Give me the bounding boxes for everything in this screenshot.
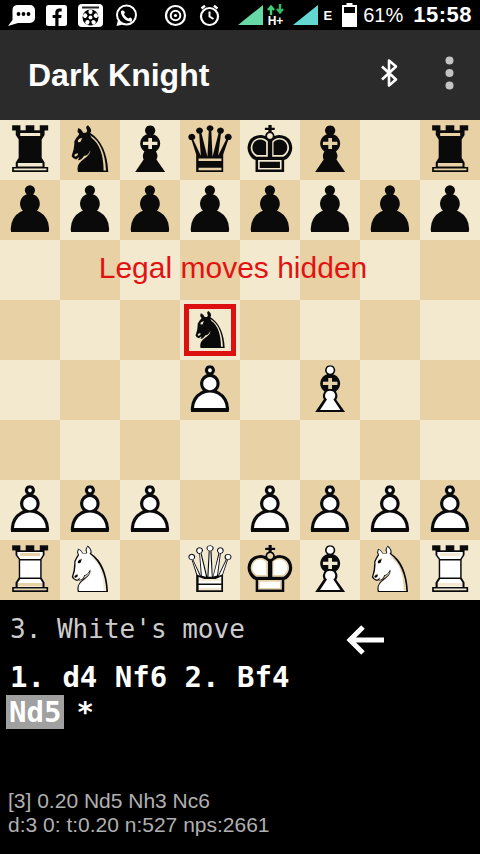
square-d3[interactable]: [180, 420, 240, 480]
square-c2[interactable]: ♟♙: [120, 480, 180, 540]
square-f5[interactable]: [300, 300, 360, 360]
signal-triangle-icon: [293, 5, 318, 25]
white-bishop-piece-fill: ♝: [300, 540, 360, 600]
black-pawn-piece: ♟: [420, 180, 480, 240]
white-pawn-piece: ♙: [0, 480, 60, 540]
square-g7[interactable]: ♟: [360, 180, 420, 240]
square-b3[interactable]: [60, 420, 120, 480]
white-pawn-piece-fill: ♟: [300, 480, 360, 540]
overflow-menu-icon[interactable]: [445, 56, 454, 94]
square-f8[interactable]: ♝: [300, 120, 360, 180]
white-pawn-piece: ♙: [60, 480, 120, 540]
square-g1[interactable]: ♞♘: [360, 540, 420, 600]
square-a5[interactable]: [0, 300, 60, 360]
square-e5[interactable]: [240, 300, 300, 360]
black-pawn-piece: ♟: [240, 180, 300, 240]
white-knight-piece-fill: ♞: [360, 540, 420, 600]
white-queen-piece: ♕: [180, 540, 240, 600]
black-knight-piece: ♞: [60, 120, 120, 180]
network-type-label-2: E: [324, 8, 333, 23]
white-pawn-piece: ♙: [180, 360, 240, 420]
square-f1[interactable]: ♝♗: [300, 540, 360, 600]
square-a1[interactable]: ♜♖: [0, 540, 60, 600]
square-h1[interactable]: ♜♖: [420, 540, 480, 600]
bluetooth-icon[interactable]: [379, 57, 399, 93]
black-pawn-piece: ♟: [120, 180, 180, 240]
battery-icon: [342, 3, 357, 27]
square-h3[interactable]: [420, 420, 480, 480]
white-rook-piece: ♖: [420, 540, 480, 600]
square-c8[interactable]: ♝: [120, 120, 180, 180]
clock-time: 15:58: [413, 2, 472, 28]
black-pawn-piece: ♟: [60, 180, 120, 240]
square-d8[interactable]: ♛: [180, 120, 240, 180]
facebook-icon: [46, 5, 67, 26]
black-bishop-piece: ♝: [300, 120, 360, 180]
white-rook-piece: ♖: [0, 540, 60, 600]
move-list-line1: 1. d4 Nf6 2. Bf4: [10, 660, 289, 694]
app-title: Dark Knight: [28, 57, 209, 94]
white-pawn-piece-fill: ♟: [360, 480, 420, 540]
white-pawn-piece: ♙: [300, 480, 360, 540]
square-e3[interactable]: [240, 420, 300, 480]
white-knight-piece-fill: ♞: [60, 540, 120, 600]
white-pawn-piece: ♙: [240, 480, 300, 540]
black-king-piece: ♚: [240, 120, 300, 180]
square-g8[interactable]: [360, 120, 420, 180]
black-rook-piece: ♜: [0, 120, 60, 180]
square-a3[interactable]: [0, 420, 60, 480]
square-h2[interactable]: ♟♙: [420, 480, 480, 540]
turn-status-text: 3. White's move: [10, 614, 245, 644]
square-b8[interactable]: ♞: [60, 120, 120, 180]
square-b7[interactable]: ♟: [60, 180, 120, 240]
square-d4[interactable]: ♟♙: [180, 360, 240, 420]
square-h8[interactable]: ♜: [420, 120, 480, 180]
square-f2[interactable]: ♟♙: [300, 480, 360, 540]
white-king-piece-fill: ♚: [240, 540, 300, 600]
data-beacon-icon: [164, 4, 187, 27]
square-e7[interactable]: ♟: [240, 180, 300, 240]
white-queen-piece-fill: ♛: [180, 540, 240, 600]
title-bar: Dark Knight: [0, 30, 480, 120]
selected-square-highlight: [184, 304, 236, 356]
black-pawn-piece: ♟: [360, 180, 420, 240]
square-b5[interactable]: [60, 300, 120, 360]
white-bishop-piece: ♗: [300, 360, 360, 420]
white-pawn-piece: ♙: [420, 480, 480, 540]
square-a2[interactable]: ♟♙: [0, 480, 60, 540]
network-type-label: H+: [268, 15, 284, 27]
square-c5[interactable]: [120, 300, 180, 360]
square-g5[interactable]: [360, 300, 420, 360]
white-pawn-piece: ♙: [120, 480, 180, 540]
square-h7[interactable]: ♟: [420, 180, 480, 240]
battery-percent: 61%: [363, 4, 403, 27]
current-move-chip[interactable]: Nd5: [6, 695, 64, 729]
white-pawn-piece-fill: ♟: [120, 480, 180, 540]
legal-moves-hidden-banner: Legal moves hidden: [0, 251, 466, 285]
white-pawn-piece: ♙: [360, 480, 420, 540]
whatsapp-icon: [114, 3, 139, 28]
chess-board[interactable]: Legal moves hidden ♜♞♝♛♚♝♜♟♟♟♟♟♟♟♟♞♟♙♝♗♟…: [0, 120, 480, 600]
black-pawn-piece: ♟: [0, 180, 60, 240]
square-c3[interactable]: [120, 420, 180, 480]
square-a7[interactable]: ♟: [0, 180, 60, 240]
back-arrow-icon[interactable]: [344, 622, 386, 662]
square-h4[interactable]: [420, 360, 480, 420]
engine-pv-line: [3] 0.20 Nd5 Nh3 Nc6: [8, 789, 210, 813]
square-d2[interactable]: [180, 480, 240, 540]
square-f4[interactable]: ♝♗: [300, 360, 360, 420]
square-c7[interactable]: ♟: [120, 180, 180, 240]
white-pawn-piece-fill: ♟: [240, 480, 300, 540]
square-b4[interactable]: [60, 360, 120, 420]
white-pawn-piece-fill: ♟: [180, 360, 240, 420]
chat-bubble-icon: [8, 5, 35, 26]
black-bishop-piece: ♝: [120, 120, 180, 180]
move-panel: 3. White's move 1. d4 Nf6 2. Bf4 Nd5* [3…: [0, 600, 480, 854]
result-marker: *: [76, 695, 93, 729]
white-king-piece: ♔: [240, 540, 300, 600]
white-bishop-piece-fill: ♝: [300, 360, 360, 420]
square-f3[interactable]: [300, 420, 360, 480]
square-f7[interactable]: ♟: [300, 180, 360, 240]
applock-icon: [78, 4, 103, 27]
square-g4[interactable]: [360, 360, 420, 420]
square-b2[interactable]: ♟♙: [60, 480, 120, 540]
square-e8[interactable]: ♚: [240, 120, 300, 180]
white-knight-piece: ♘: [60, 540, 120, 600]
square-a4[interactable]: [0, 360, 60, 420]
square-d7[interactable]: ♟: [180, 180, 240, 240]
engine-stats-line: d:3 0: t:0.20 n:527 nps:2661: [8, 813, 270, 837]
square-d5[interactable]: ♞: [180, 300, 240, 360]
alarm-clock-icon: [198, 4, 221, 27]
square-g2[interactable]: ♟♙: [360, 480, 420, 540]
square-e2[interactable]: ♟♙: [240, 480, 300, 540]
white-knight-piece: ♘: [360, 540, 420, 600]
white-pawn-piece-fill: ♟: [0, 480, 60, 540]
square-c4[interactable]: [120, 360, 180, 420]
square-g3[interactable]: [360, 420, 420, 480]
updown-arrows-icon: H+: [265, 4, 287, 27]
signal-triangle-icon: [238, 5, 263, 25]
black-rook-piece: ♜: [420, 120, 480, 180]
square-c1[interactable]: [120, 540, 180, 600]
black-queen-piece: ♛: [180, 120, 240, 180]
white-rook-piece-fill: ♜: [420, 540, 480, 600]
square-h5[interactable]: [420, 300, 480, 360]
black-pawn-piece: ♟: [180, 180, 240, 240]
square-b1[interactable]: ♞♘: [60, 540, 120, 600]
square-e4[interactable]: [240, 360, 300, 420]
black-pawn-piece: ♟: [300, 180, 360, 240]
square-e1[interactable]: ♚♔: [240, 540, 300, 600]
square-a8[interactable]: ♜: [0, 120, 60, 180]
white-rook-piece-fill: ♜: [0, 540, 60, 600]
white-bishop-piece: ♗: [300, 540, 360, 600]
move-list-line2: Nd5*: [6, 695, 94, 729]
white-pawn-piece-fill: ♟: [420, 480, 480, 540]
square-d1[interactable]: ♛♕: [180, 540, 240, 600]
white-pawn-piece-fill: ♟: [60, 480, 120, 540]
status-bar: H+ E 61% 15:58: [0, 0, 480, 30]
